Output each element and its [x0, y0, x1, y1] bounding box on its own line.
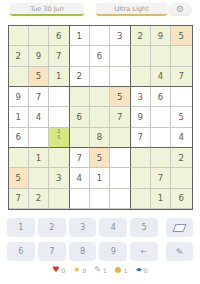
- sudoku-cell-r1c3[interactable]: 6: [49, 26, 69, 46]
- eraser-icon: [172, 224, 186, 232]
- cell-value: 3: [117, 31, 122, 41]
- cell-value: 2: [137, 31, 142, 41]
- stat-pencil[interactable]: ✎1: [94, 266, 107, 274]
- cell-value: 9: [158, 31, 163, 41]
- cell-value: 4: [36, 112, 41, 122]
- sudoku-cell-r9c8[interactable]: 1: [151, 189, 171, 209]
- stats-bar: ♥0★0✎1●1◆0: [0, 266, 200, 274]
- cell-value: 7: [137, 132, 142, 142]
- sudoku-cell-r9c2[interactable]: 2: [29, 189, 49, 209]
- digit-key-2[interactable]: 2: [38, 218, 66, 237]
- sudoku-cell-r7c1[interactable]: [9, 148, 29, 168]
- sudoku-cell-r1c1[interactable]: [9, 26, 29, 46]
- sudoku-cell-r2c1[interactable]: 2: [9, 46, 29, 66]
- sudoku-cell-r9c3[interactable]: [49, 189, 69, 209]
- pencil-icon: ✎: [94, 266, 101, 274]
- sudoku-cell-r4c3[interactable]: [49, 87, 69, 107]
- sudoku-cell-r8c2[interactable]: [29, 168, 49, 188]
- sudoku-cell-r4c6[interactable]: 5: [110, 87, 130, 107]
- cell-value: 5: [97, 153, 102, 163]
- stat-count: 0: [144, 267, 148, 274]
- cell-value: 8: [97, 132, 102, 142]
- digit-key-1[interactable]: 1: [7, 218, 35, 237]
- stat-count: 1: [124, 267, 128, 274]
- sudoku-cell-r3c1[interactable]: [9, 67, 29, 87]
- sudoku-cell-r4c4[interactable]: [70, 87, 90, 107]
- cell-value: 1: [15, 112, 20, 122]
- sudoku-cell-r1c2[interactable]: [29, 26, 49, 46]
- stat-heart[interactable]: ♥0: [52, 266, 65, 274]
- sudoku-cell-r7c5[interactable]: 5: [90, 148, 110, 168]
- sudoku-cell-r9c7[interactable]: [131, 189, 151, 209]
- sudoku-cell-r5c9[interactable]: 5: [171, 107, 191, 127]
- cell-value: 4: [158, 71, 163, 81]
- sudoku-cell-r6c5[interactable]: 8: [90, 128, 110, 148]
- cell-value: 1: [158, 193, 163, 203]
- sudoku-cell-r9c1[interactable]: 7: [9, 189, 29, 209]
- stat-medal[interactable]: ●1: [115, 266, 128, 274]
- digit-key-7[interactable]: 7: [38, 242, 66, 261]
- backspace-key[interactable]: ←: [130, 242, 158, 261]
- sudoku-cell-r7c7[interactable]: [131, 148, 151, 168]
- notes-button[interactable]: ✎: [166, 242, 193, 261]
- sudoku-cell-r4c9[interactable]: [171, 87, 191, 107]
- cell-value: 3: [56, 173, 61, 183]
- cell-value: 6: [158, 92, 163, 102]
- sudoku-cell-r3c8[interactable]: 4: [151, 67, 171, 87]
- sudoku-cell-r5c5[interactable]: [90, 107, 110, 127]
- digit-key-9[interactable]: 9: [99, 242, 127, 261]
- cell-value: 1: [56, 71, 61, 81]
- cell-value: 2: [36, 193, 41, 203]
- sudoku-cell-r7c6[interactable]: [110, 148, 130, 168]
- sudoku-cell-r7c2[interactable]: 1: [29, 148, 49, 168]
- sudoku-cell-r7c4[interactable]: 7: [70, 148, 90, 168]
- cell-value: 1: [76, 31, 81, 41]
- difficulty-chip[interactable]: Ultra Light: [96, 3, 167, 16]
- cell-value-error: 5: [179, 112, 184, 122]
- gear-icon: ⚙: [176, 4, 184, 14]
- sudoku-cell-r3c4[interactable]: 2: [70, 67, 90, 87]
- sudoku-cell-r9c4[interactable]: [70, 189, 90, 209]
- sudoku-board: 6132952976512479753614679562587417525341…: [8, 25, 193, 210]
- date-chip[interactable]: Tue 30 Jun: [10, 3, 84, 16]
- graduation-cap-icon: ◆: [136, 268, 142, 273]
- cell-value: 1: [97, 173, 102, 183]
- cell-value: 9: [15, 92, 20, 102]
- stat-count: 0: [62, 267, 66, 274]
- sudoku-cell-r1c8[interactable]: 9: [151, 26, 171, 46]
- cell-value: 7: [117, 112, 122, 122]
- cell-value: 9: [137, 112, 142, 122]
- sudoku-cell-r1c5[interactable]: [90, 26, 110, 46]
- sudoku-cell-r3c9[interactable]: 7: [171, 67, 191, 87]
- sudoku-cell-r1c7[interactable]: 2: [131, 26, 151, 46]
- sudoku-cell-r9c6[interactable]: [110, 189, 130, 209]
- sudoku-cell-r8c8[interactable]: 7: [151, 168, 171, 188]
- cell-value: 5: [179, 31, 184, 41]
- sudoku-cell-r2c5[interactable]: 6: [90, 46, 110, 66]
- settings-button[interactable]: ⚙: [168, 3, 192, 16]
- star-icon: ★: [73, 266, 80, 274]
- sudoku-cell-r1c9[interactable]: 5: [171, 26, 191, 46]
- pencil-notes: 25: [49, 128, 68, 147]
- digit-key-3[interactable]: 3: [69, 218, 97, 237]
- digit-key-8[interactable]: 8: [69, 242, 97, 261]
- stat-star[interactable]: ★0: [73, 266, 86, 274]
- digit-key-5[interactable]: 5: [130, 218, 158, 237]
- cell-value: 2: [76, 71, 81, 81]
- cell-value: 9: [36, 51, 41, 61]
- cell-value: 6: [97, 51, 102, 61]
- stat-count: 0: [83, 267, 87, 274]
- sudoku-cell-r7c9[interactable]: 2: [171, 148, 191, 168]
- sudoku-cell-r5c1[interactable]: 1: [9, 107, 29, 127]
- sudoku-cell-r2c6[interactable]: [110, 46, 130, 66]
- digit-key-4[interactable]: 4: [99, 218, 127, 237]
- keypad-row: 12345: [7, 218, 193, 237]
- date-label: Tue 30 Jun: [30, 5, 64, 13]
- sudoku-cell-r5c2[interactable]: 4: [29, 107, 49, 127]
- sudoku-cell-r6c9[interactable]: 4: [171, 128, 191, 148]
- sudoku-cell-r5c4[interactable]: 6: [70, 107, 90, 127]
- sudoku-cell-r8c3[interactable]: 3: [49, 168, 69, 188]
- sudoku-cell-r1c4[interactable]: 1: [70, 26, 90, 46]
- sudoku-cell-r3c6[interactable]: [110, 67, 130, 87]
- sudoku-cell-r5c6[interactable]: 7: [110, 107, 130, 127]
- sudoku-cell-r9c9[interactable]: 6: [171, 189, 191, 209]
- cell-value-error: 3: [137, 92, 142, 102]
- sudoku-cell-r2c4[interactable]: [70, 46, 90, 66]
- sudoku-cell-r1c6[interactable]: 3: [110, 26, 130, 46]
- cell-value: 6: [179, 193, 184, 203]
- cell-value: 5: [117, 92, 122, 102]
- sudoku-cell-r4c1[interactable]: 9: [9, 87, 29, 107]
- sudoku-cell-r6c8[interactable]: [151, 128, 171, 148]
- eraser-button[interactable]: [166, 218, 193, 237]
- cell-value: 1: [36, 153, 41, 163]
- sudoku-cell-r6c1[interactable]: 6: [9, 128, 29, 148]
- sudoku-cell-r5c3[interactable]: [49, 107, 69, 127]
- cell-value: 5: [36, 71, 41, 81]
- cell-value: 6: [15, 132, 20, 142]
- cell-value: 7: [56, 51, 61, 61]
- sudoku-cell-r8c5[interactable]: 1: [90, 168, 110, 188]
- cell-value: 7: [36, 92, 41, 102]
- sudoku-cell-r6c7[interactable]: 7: [131, 128, 151, 148]
- cell-value: 6: [76, 112, 81, 122]
- sudoku-cell-r4c2[interactable]: 7: [29, 87, 49, 107]
- sudoku-cell-r6c3[interactable]: 25: [49, 128, 69, 148]
- stat-count: 1: [103, 267, 107, 274]
- sudoku-cell-r5c8[interactable]: [151, 107, 171, 127]
- sudoku-cell-r2c8[interactable]: [151, 46, 171, 66]
- cell-value: 4: [179, 132, 184, 142]
- sudoku-cell-r2c9[interactable]: [171, 46, 191, 66]
- sudoku-cell-r8c9[interactable]: [171, 168, 191, 188]
- sudoku-cell-r6c6[interactable]: [110, 128, 130, 148]
- sudoku-cell-r3c7[interactable]: [131, 67, 151, 87]
- pencil-icon: ✎: [176, 247, 184, 257]
- keypad: 123456789←✎: [0, 210, 200, 261]
- cell-value: 5: [15, 173, 20, 183]
- keypad-row: 6789←✎: [7, 242, 193, 261]
- sudoku-cell-r6c2[interactable]: [29, 128, 49, 148]
- cell-value: 2: [15, 51, 20, 61]
- top-bar: Tue 30 Jun Ultra Light ⚙: [0, 0, 200, 16]
- digit-key-6[interactable]: 6: [7, 242, 35, 261]
- sudoku-cell-r2c2[interactable]: 9: [29, 46, 49, 66]
- sudoku-cell-r4c5[interactable]: [90, 87, 110, 107]
- cell-value: 7: [15, 193, 20, 203]
- sudoku-cell-r2c7[interactable]: [131, 46, 151, 66]
- cell-value: 2: [179, 153, 184, 163]
- cell-value: 4: [76, 173, 81, 183]
- sudoku-cell-r4c7[interactable]: 3: [131, 87, 151, 107]
- sudoku-cell-r7c3[interactable]: [49, 148, 69, 168]
- sudoku-cell-r2c3[interactable]: 7: [49, 46, 69, 66]
- sudoku-cell-r3c5[interactable]: [90, 67, 110, 87]
- sudoku-cell-r8c7[interactable]: [131, 168, 151, 188]
- sudoku-cell-r6c4[interactable]: [70, 128, 90, 148]
- sudoku-cell-r8c1[interactable]: 5: [9, 168, 29, 188]
- stat-graduation-cap[interactable]: ◆0: [136, 266, 148, 274]
- sudoku-cell-r3c3[interactable]: 1: [49, 67, 69, 87]
- sudoku-cell-r3c2[interactable]: 5: [29, 67, 49, 87]
- sudoku-cell-r8c6[interactable]: [110, 168, 130, 188]
- cell-value: 7: [76, 153, 81, 163]
- sudoku-cell-r8c4[interactable]: 4: [70, 168, 90, 188]
- sudoku-cell-r4c8[interactable]: 6: [151, 87, 171, 107]
- cell-value: 7: [179, 71, 184, 81]
- sudoku-cell-r5c7[interactable]: 9: [131, 107, 151, 127]
- sudoku-cell-r9c5[interactable]: [90, 189, 110, 209]
- cell-value: 7: [158, 173, 163, 183]
- heart-icon: ♥: [52, 266, 59, 274]
- medal-icon: ●: [115, 266, 122, 274]
- difficulty-label: Ultra Light: [114, 5, 148, 13]
- cell-value: 6: [56, 31, 61, 41]
- sudoku-cell-r7c8[interactable]: [151, 148, 171, 168]
